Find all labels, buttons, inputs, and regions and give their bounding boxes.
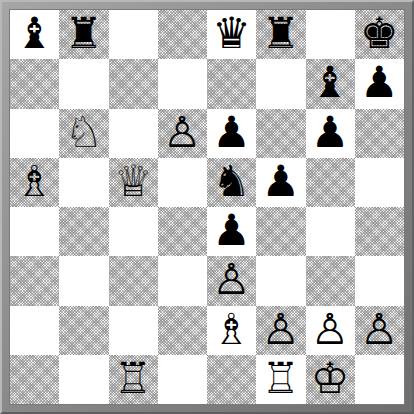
square-g6[interactable]: ♟ — [306, 109, 355, 158]
black-bishop-piece: ♝ — [311, 61, 350, 104]
square-c4[interactable] — [109, 207, 158, 256]
white-rook-piece: ♖ — [114, 357, 153, 400]
black-rook-piece: ♜ — [262, 12, 301, 55]
square-d6[interactable]: ♙ — [158, 109, 207, 158]
white-pawn-piece: ♙ — [163, 111, 202, 154]
square-d3[interactable] — [158, 256, 207, 305]
square-b3[interactable] — [59, 256, 108, 305]
square-h8[interactable]: ♚ — [355, 10, 404, 59]
square-g5[interactable] — [306, 158, 355, 207]
square-h3[interactable] — [355, 256, 404, 305]
square-a2[interactable] — [10, 306, 59, 355]
square-g4[interactable] — [306, 207, 355, 256]
square-f1[interactable]: ♖ — [256, 355, 305, 404]
square-h5[interactable] — [355, 158, 404, 207]
square-b8[interactable]: ♜ — [59, 10, 108, 59]
square-b7[interactable] — [59, 59, 108, 108]
square-c2[interactable] — [109, 306, 158, 355]
white-pawn-piece: ♙ — [360, 308, 399, 351]
square-e5[interactable]: ♞ — [207, 158, 256, 207]
square-c8[interactable] — [109, 10, 158, 59]
square-a5[interactable]: ♗ — [10, 158, 59, 207]
square-a8[interactable]: ♝ — [10, 10, 59, 59]
chess-board: ♝♜♛♜♚♝♟♘♙♟♟♗♕♞♟♟♙♗♙♙♙♖♖♔ — [10, 10, 404, 404]
square-e2[interactable]: ♗ — [207, 306, 256, 355]
white-pawn-piece: ♙ — [212, 258, 251, 301]
square-d8[interactable] — [158, 10, 207, 59]
square-c1[interactable]: ♖ — [109, 355, 158, 404]
square-a4[interactable] — [10, 207, 59, 256]
square-g7[interactable]: ♝ — [306, 59, 355, 108]
square-f3[interactable] — [256, 256, 305, 305]
square-g1[interactable]: ♔ — [306, 355, 355, 404]
square-e3[interactable]: ♙ — [207, 256, 256, 305]
square-b2[interactable] — [59, 306, 108, 355]
square-c3[interactable] — [109, 256, 158, 305]
white-rook-piece: ♖ — [262, 357, 301, 400]
square-h7[interactable]: ♟ — [355, 59, 404, 108]
black-pawn-piece: ♟ — [311, 111, 350, 154]
square-d4[interactable] — [158, 207, 207, 256]
white-bishop-piece: ♗ — [212, 308, 251, 351]
square-c5[interactable]: ♕ — [109, 158, 158, 207]
square-h2[interactable]: ♙ — [355, 306, 404, 355]
square-h4[interactable] — [355, 207, 404, 256]
square-a7[interactable] — [10, 59, 59, 108]
square-b1[interactable] — [59, 355, 108, 404]
white-bishop-piece: ♗ — [15, 160, 54, 203]
white-king-piece: ♔ — [311, 357, 350, 400]
square-f2[interactable]: ♙ — [256, 306, 305, 355]
square-d7[interactable] — [158, 59, 207, 108]
black-pawn-piece: ♟ — [212, 111, 251, 154]
square-e6[interactable]: ♟ — [207, 109, 256, 158]
black-pawn-piece: ♟ — [360, 61, 399, 104]
square-c6[interactable] — [109, 109, 158, 158]
black-bishop-piece: ♝ — [15, 12, 54, 55]
square-b6[interactable]: ♘ — [59, 109, 108, 158]
black-pawn-piece: ♟ — [212, 209, 251, 252]
square-d5[interactable] — [158, 158, 207, 207]
square-f4[interactable] — [256, 207, 305, 256]
square-e8[interactable]: ♛ — [207, 10, 256, 59]
square-f7[interactable] — [256, 59, 305, 108]
white-pawn-piece: ♙ — [262, 308, 301, 351]
black-pawn-piece: ♟ — [262, 160, 301, 203]
white-pawn-piece: ♙ — [311, 308, 350, 351]
black-king-piece: ♚ — [360, 12, 399, 55]
square-f6[interactable] — [256, 109, 305, 158]
square-g2[interactable]: ♙ — [306, 306, 355, 355]
square-a3[interactable] — [10, 256, 59, 305]
black-knight-piece: ♞ — [212, 160, 251, 203]
white-knight-piece: ♘ — [65, 111, 104, 154]
square-d1[interactable] — [158, 355, 207, 404]
black-queen-piece: ♛ — [212, 12, 251, 55]
square-d2[interactable] — [158, 306, 207, 355]
square-b4[interactable] — [59, 207, 108, 256]
square-f8[interactable]: ♜ — [256, 10, 305, 59]
square-a1[interactable] — [10, 355, 59, 404]
square-e7[interactable] — [207, 59, 256, 108]
square-e1[interactable] — [207, 355, 256, 404]
white-queen-piece: ♕ — [114, 160, 153, 203]
square-g3[interactable] — [306, 256, 355, 305]
square-f5[interactable]: ♟ — [256, 158, 305, 207]
square-h6[interactable] — [355, 109, 404, 158]
square-c7[interactable] — [109, 59, 158, 108]
square-h1[interactable] — [355, 355, 404, 404]
square-a6[interactable] — [10, 109, 59, 158]
square-e4[interactable]: ♟ — [207, 207, 256, 256]
board-frame: ♝♜♛♜♚♝♟♘♙♟♟♗♕♞♟♟♙♗♙♙♙♖♖♔ — [0, 0, 414, 414]
black-rook-piece: ♜ — [65, 12, 104, 55]
square-g8[interactable] — [306, 10, 355, 59]
square-b5[interactable] — [59, 158, 108, 207]
